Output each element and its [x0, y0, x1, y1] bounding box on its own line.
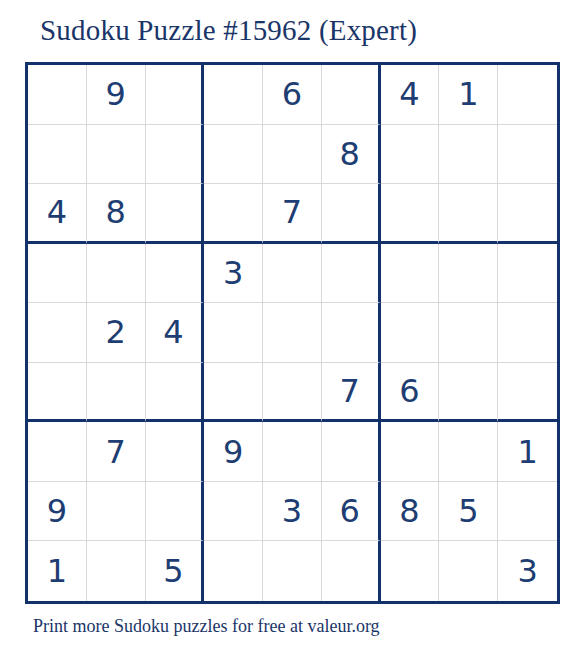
sudoku-cell-r6c9[interactable] — [498, 363, 557, 423]
sudoku-cell-r4c7[interactable] — [381, 244, 440, 304]
sudoku-cell-r4c8[interactable] — [439, 244, 498, 304]
sudoku-cell-r9c1[interactable]: 1 — [28, 541, 87, 601]
sudoku-cell-r1c1[interactable] — [28, 65, 87, 125]
sudoku-cell-r9c4[interactable] — [204, 541, 263, 601]
sudoku-cell-r5c7[interactable] — [381, 303, 440, 363]
sudoku-cell-r9c6[interactable] — [322, 541, 381, 601]
sudoku-cell-r4c5[interactable] — [263, 244, 322, 304]
sudoku-cell-r7c5[interactable] — [263, 422, 322, 482]
sudoku-cell-r7c3[interactable] — [146, 422, 205, 482]
sudoku-cell-r1c2[interactable]: 9 — [87, 65, 146, 125]
sudoku-cell-r2c4[interactable] — [204, 125, 263, 185]
sudoku-cell-r9c7[interactable] — [381, 541, 440, 601]
sudoku-cell-r2c8[interactable] — [439, 125, 498, 185]
sudoku-cell-r6c5[interactable] — [263, 363, 322, 423]
sudoku-cell-r4c3[interactable] — [146, 244, 205, 304]
sudoku-cell-r8c2[interactable] — [87, 482, 146, 542]
sudoku-cell-r2c3[interactable] — [146, 125, 205, 185]
sudoku-cell-r8c3[interactable] — [146, 482, 205, 542]
sudoku-cell-r6c8[interactable] — [439, 363, 498, 423]
sudoku-cell-r6c6[interactable]: 7 — [322, 363, 381, 423]
sudoku-cell-r5c4[interactable] — [204, 303, 263, 363]
sudoku-cell-r1c6[interactable] — [322, 65, 381, 125]
sudoku-cell-r6c1[interactable] — [28, 363, 87, 423]
sudoku-cell-r7c8[interactable] — [439, 422, 498, 482]
sudoku-cell-r6c2[interactable] — [87, 363, 146, 423]
sudoku-cell-r2c9[interactable] — [498, 125, 557, 185]
sudoku-cell-r4c2[interactable] — [87, 244, 146, 304]
sudoku-cell-r7c2[interactable]: 7 — [87, 422, 146, 482]
sudoku-cell-r9c3[interactable]: 5 — [146, 541, 205, 601]
sudoku-cell-r1c7[interactable]: 4 — [381, 65, 440, 125]
sudoku-cell-r5c1[interactable] — [28, 303, 87, 363]
sudoku-cell-r3c7[interactable] — [381, 184, 440, 244]
sudoku-cell-r1c5[interactable]: 6 — [263, 65, 322, 125]
sudoku-cell-r9c8[interactable] — [439, 541, 498, 601]
sudoku-cell-r7c6[interactable] — [322, 422, 381, 482]
sudoku-cell-r4c6[interactable] — [322, 244, 381, 304]
sudoku-cell-r7c7[interactable] — [381, 422, 440, 482]
sudoku-cell-r8c6[interactable]: 6 — [322, 482, 381, 542]
sudoku-grid: 964184873247679193685153 — [25, 62, 560, 604]
sudoku-cell-r9c2[interactable] — [87, 541, 146, 601]
sudoku-cell-r6c4[interactable] — [204, 363, 263, 423]
sudoku-cell-r2c2[interactable] — [87, 125, 146, 185]
sudoku-cell-r1c9[interactable] — [498, 65, 557, 125]
sudoku-cell-r3c8[interactable] — [439, 184, 498, 244]
sudoku-cell-r8c5[interactable]: 3 — [263, 482, 322, 542]
sudoku-cell-r6c7[interactable]: 6 — [381, 363, 440, 423]
sudoku-cell-r5c8[interactable] — [439, 303, 498, 363]
sudoku-cell-r5c5[interactable] — [263, 303, 322, 363]
page-title: Sudoku Puzzle #15962 (Expert) — [40, 14, 417, 47]
sudoku-cell-r2c1[interactable] — [28, 125, 87, 185]
sudoku-cell-r4c9[interactable] — [498, 244, 557, 304]
sudoku-cell-r3c5[interactable]: 7 — [263, 184, 322, 244]
sudoku-cell-r2c7[interactable] — [381, 125, 440, 185]
sudoku-cell-r5c3[interactable]: 4 — [146, 303, 205, 363]
sudoku-cell-r3c6[interactable] — [322, 184, 381, 244]
sudoku-cell-r8c9[interactable] — [498, 482, 557, 542]
sudoku-cell-r6c3[interactable] — [146, 363, 205, 423]
footer-text: Print more Sudoku puzzles for free at va… — [33, 616, 380, 637]
sudoku-cell-r1c4[interactable] — [204, 65, 263, 125]
sudoku-cell-r7c1[interactable] — [28, 422, 87, 482]
sudoku-cell-r4c1[interactable] — [28, 244, 87, 304]
sudoku-cell-r8c4[interactable] — [204, 482, 263, 542]
sudoku-cell-r8c7[interactable]: 8 — [381, 482, 440, 542]
sudoku-cell-r5c2[interactable]: 2 — [87, 303, 146, 363]
sudoku-cell-r3c3[interactable] — [146, 184, 205, 244]
sudoku-cell-r3c4[interactable] — [204, 184, 263, 244]
sudoku-cell-r3c1[interactable]: 4 — [28, 184, 87, 244]
sudoku-cell-r5c6[interactable] — [322, 303, 381, 363]
sudoku-cell-r1c8[interactable]: 1 — [439, 65, 498, 125]
sudoku-cell-r4c4[interactable]: 3 — [204, 244, 263, 304]
sudoku-cell-r8c8[interactable]: 5 — [439, 482, 498, 542]
sudoku-cell-r5c9[interactable] — [498, 303, 557, 363]
sudoku-cell-r1c3[interactable] — [146, 65, 205, 125]
sudoku-cell-r3c2[interactable]: 8 — [87, 184, 146, 244]
sudoku-cell-r3c9[interactable] — [498, 184, 557, 244]
sudoku-cell-r9c9[interactable]: 3 — [498, 541, 557, 601]
sudoku-cell-r9c5[interactable] — [263, 541, 322, 601]
sudoku-page: Sudoku Puzzle #15962 (Expert) 9641848732… — [0, 0, 580, 651]
sudoku-cell-r7c4[interactable]: 9 — [204, 422, 263, 482]
sudoku-cell-r2c5[interactable] — [263, 125, 322, 185]
sudoku-cell-r8c1[interactable]: 9 — [28, 482, 87, 542]
sudoku-cell-r7c9[interactable]: 1 — [498, 422, 557, 482]
sudoku-cell-r2c6[interactable]: 8 — [322, 125, 381, 185]
